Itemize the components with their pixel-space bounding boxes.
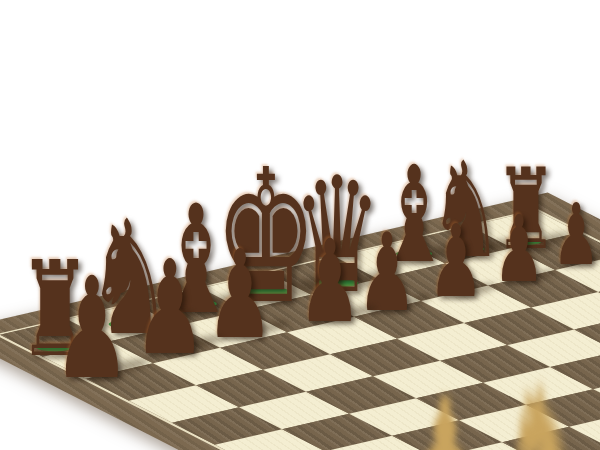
chess-board	[0, 193, 600, 450]
photo-stage: ♜♞♝♚♛♝♞♜♟♟♟♟♟♟♟♟♟♞	[0, 0, 600, 450]
board-squares	[0, 209, 600, 450]
